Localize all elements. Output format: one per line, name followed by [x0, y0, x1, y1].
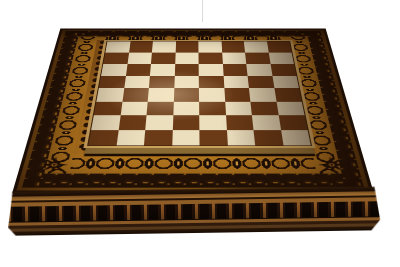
square-h6: [270, 64, 296, 76]
star-rosette-icon: [315, 156, 348, 173]
square-g3: [250, 101, 278, 115]
square-h2: [278, 115, 307, 130]
square-f8: [221, 41, 245, 52]
square-c4: [148, 88, 174, 101]
chessboard-grid: [87, 41, 312, 146]
square-c8: [152, 41, 176, 52]
garland-band-bottom: [44, 154, 342, 174]
chessboard: [12, 28, 373, 192]
square-b2: [118, 115, 146, 130]
square-e7: [198, 52, 222, 63]
square-a3: [94, 101, 122, 115]
square-d5: [174, 76, 199, 89]
square-b8: [129, 41, 153, 52]
square-f1: [226, 130, 255, 145]
scallop-band-front: [78, 148, 308, 154]
square-e8: [198, 41, 221, 52]
square-c6: [150, 64, 175, 76]
square-d1: [172, 130, 200, 145]
square-g1: [253, 130, 283, 145]
square-c5: [149, 76, 174, 89]
square-f4: [224, 88, 250, 101]
square-d3: [173, 101, 199, 115]
star-rosette-icon: [37, 156, 70, 173]
square-f3: [225, 101, 252, 115]
square-b6: [126, 64, 151, 76]
square-g7: [245, 52, 270, 63]
square-h3: [276, 101, 305, 115]
square-d2: [172, 115, 199, 130]
square-h7: [268, 52, 294, 63]
square-e1: [199, 130, 227, 145]
square-e3: [199, 101, 226, 115]
square-c2: [145, 115, 173, 130]
square-f2: [226, 115, 254, 130]
square-a4: [96, 88, 123, 101]
square-a5: [99, 76, 126, 89]
square-h5: [272, 76, 299, 89]
square-d6: [174, 64, 198, 76]
product-photo-scene: [0, 0, 400, 267]
square-h1: [281, 130, 311, 145]
square-f5: [223, 76, 249, 89]
square-c7: [151, 52, 175, 63]
square-g8: [244, 41, 268, 52]
square-d7: [175, 52, 199, 63]
square-a8: [105, 41, 130, 52]
square-b5: [124, 76, 150, 89]
square-d8: [175, 41, 198, 52]
square-d4: [173, 88, 199, 101]
square-a7: [103, 52, 128, 63]
square-g5: [248, 76, 274, 89]
square-e6: [199, 64, 224, 76]
board-top-surface: [12, 28, 373, 192]
carved-base-molding: [8, 186, 381, 236]
square-b7: [127, 52, 152, 63]
square-h4: [274, 88, 302, 101]
lace-band-bottom: [22, 174, 364, 188]
square-f6: [222, 64, 247, 76]
playing-surface-platform: [83, 40, 315, 148]
square-b3: [120, 101, 148, 115]
square-h8: [267, 41, 292, 52]
square-g2: [252, 115, 281, 130]
square-g6: [246, 64, 272, 76]
square-b4: [122, 88, 149, 101]
star-rosette-icon: [74, 30, 93, 37]
square-c3: [147, 101, 174, 115]
square-c1: [144, 130, 172, 145]
square-a1: [88, 130, 118, 145]
square-e5: [199, 76, 224, 89]
square-b1: [116, 130, 145, 145]
photo-artifact-line: [202, 0, 203, 22]
square-g4: [249, 88, 276, 101]
square-a2: [91, 115, 120, 130]
star-rosette-icon: [293, 30, 312, 37]
square-a6: [101, 64, 127, 76]
square-f7: [222, 52, 247, 63]
square-e4: [199, 88, 225, 101]
square-e2: [199, 115, 226, 130]
